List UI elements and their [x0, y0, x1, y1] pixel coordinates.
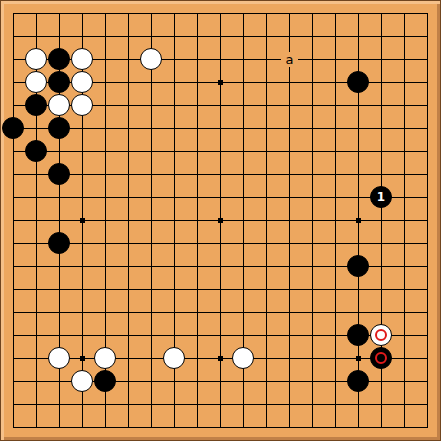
black-stone[interactable]	[347, 71, 369, 93]
black-stone[interactable]	[25, 94, 47, 116]
black-stone[interactable]	[347, 324, 369, 346]
star-point	[356, 356, 361, 361]
black-stone[interactable]	[347, 255, 369, 277]
white-stone[interactable]	[48, 347, 70, 369]
white-stone[interactable]	[71, 370, 93, 392]
point-label-a: a	[281, 52, 298, 67]
star-point	[356, 218, 361, 223]
black-stone[interactable]	[48, 48, 70, 70]
white-stone[interactable]	[94, 347, 116, 369]
black-stone[interactable]	[370, 347, 392, 369]
white-stone[interactable]	[25, 71, 47, 93]
move-number-label: 1	[377, 191, 385, 203]
black-stone[interactable]	[48, 117, 70, 139]
star-point	[80, 218, 85, 223]
black-stone[interactable]	[48, 163, 70, 185]
goban: a1	[0, 0, 441, 441]
white-stone[interactable]	[71, 94, 93, 116]
circle-mark-icon	[375, 352, 387, 364]
star-point	[80, 356, 85, 361]
white-stone[interactable]	[71, 48, 93, 70]
white-stone[interactable]	[163, 347, 185, 369]
black-stone[interactable]	[94, 370, 116, 392]
white-stone[interactable]	[48, 94, 70, 116]
white-stone[interactable]	[140, 48, 162, 70]
white-stone[interactable]	[71, 71, 93, 93]
star-point	[218, 80, 223, 85]
white-stone[interactable]	[25, 48, 47, 70]
white-stone[interactable]	[232, 347, 254, 369]
star-point	[218, 218, 223, 223]
black-stone[interactable]	[347, 370, 369, 392]
black-stone[interactable]	[48, 71, 70, 93]
black-stone[interactable]	[48, 232, 70, 254]
black-stone[interactable]	[2, 117, 24, 139]
white-stone[interactable]	[370, 324, 392, 346]
black-stone[interactable]	[25, 140, 47, 162]
black-stone[interactable]: 1	[370, 186, 392, 208]
circle-mark-icon	[375, 329, 387, 341]
star-point	[218, 356, 223, 361]
